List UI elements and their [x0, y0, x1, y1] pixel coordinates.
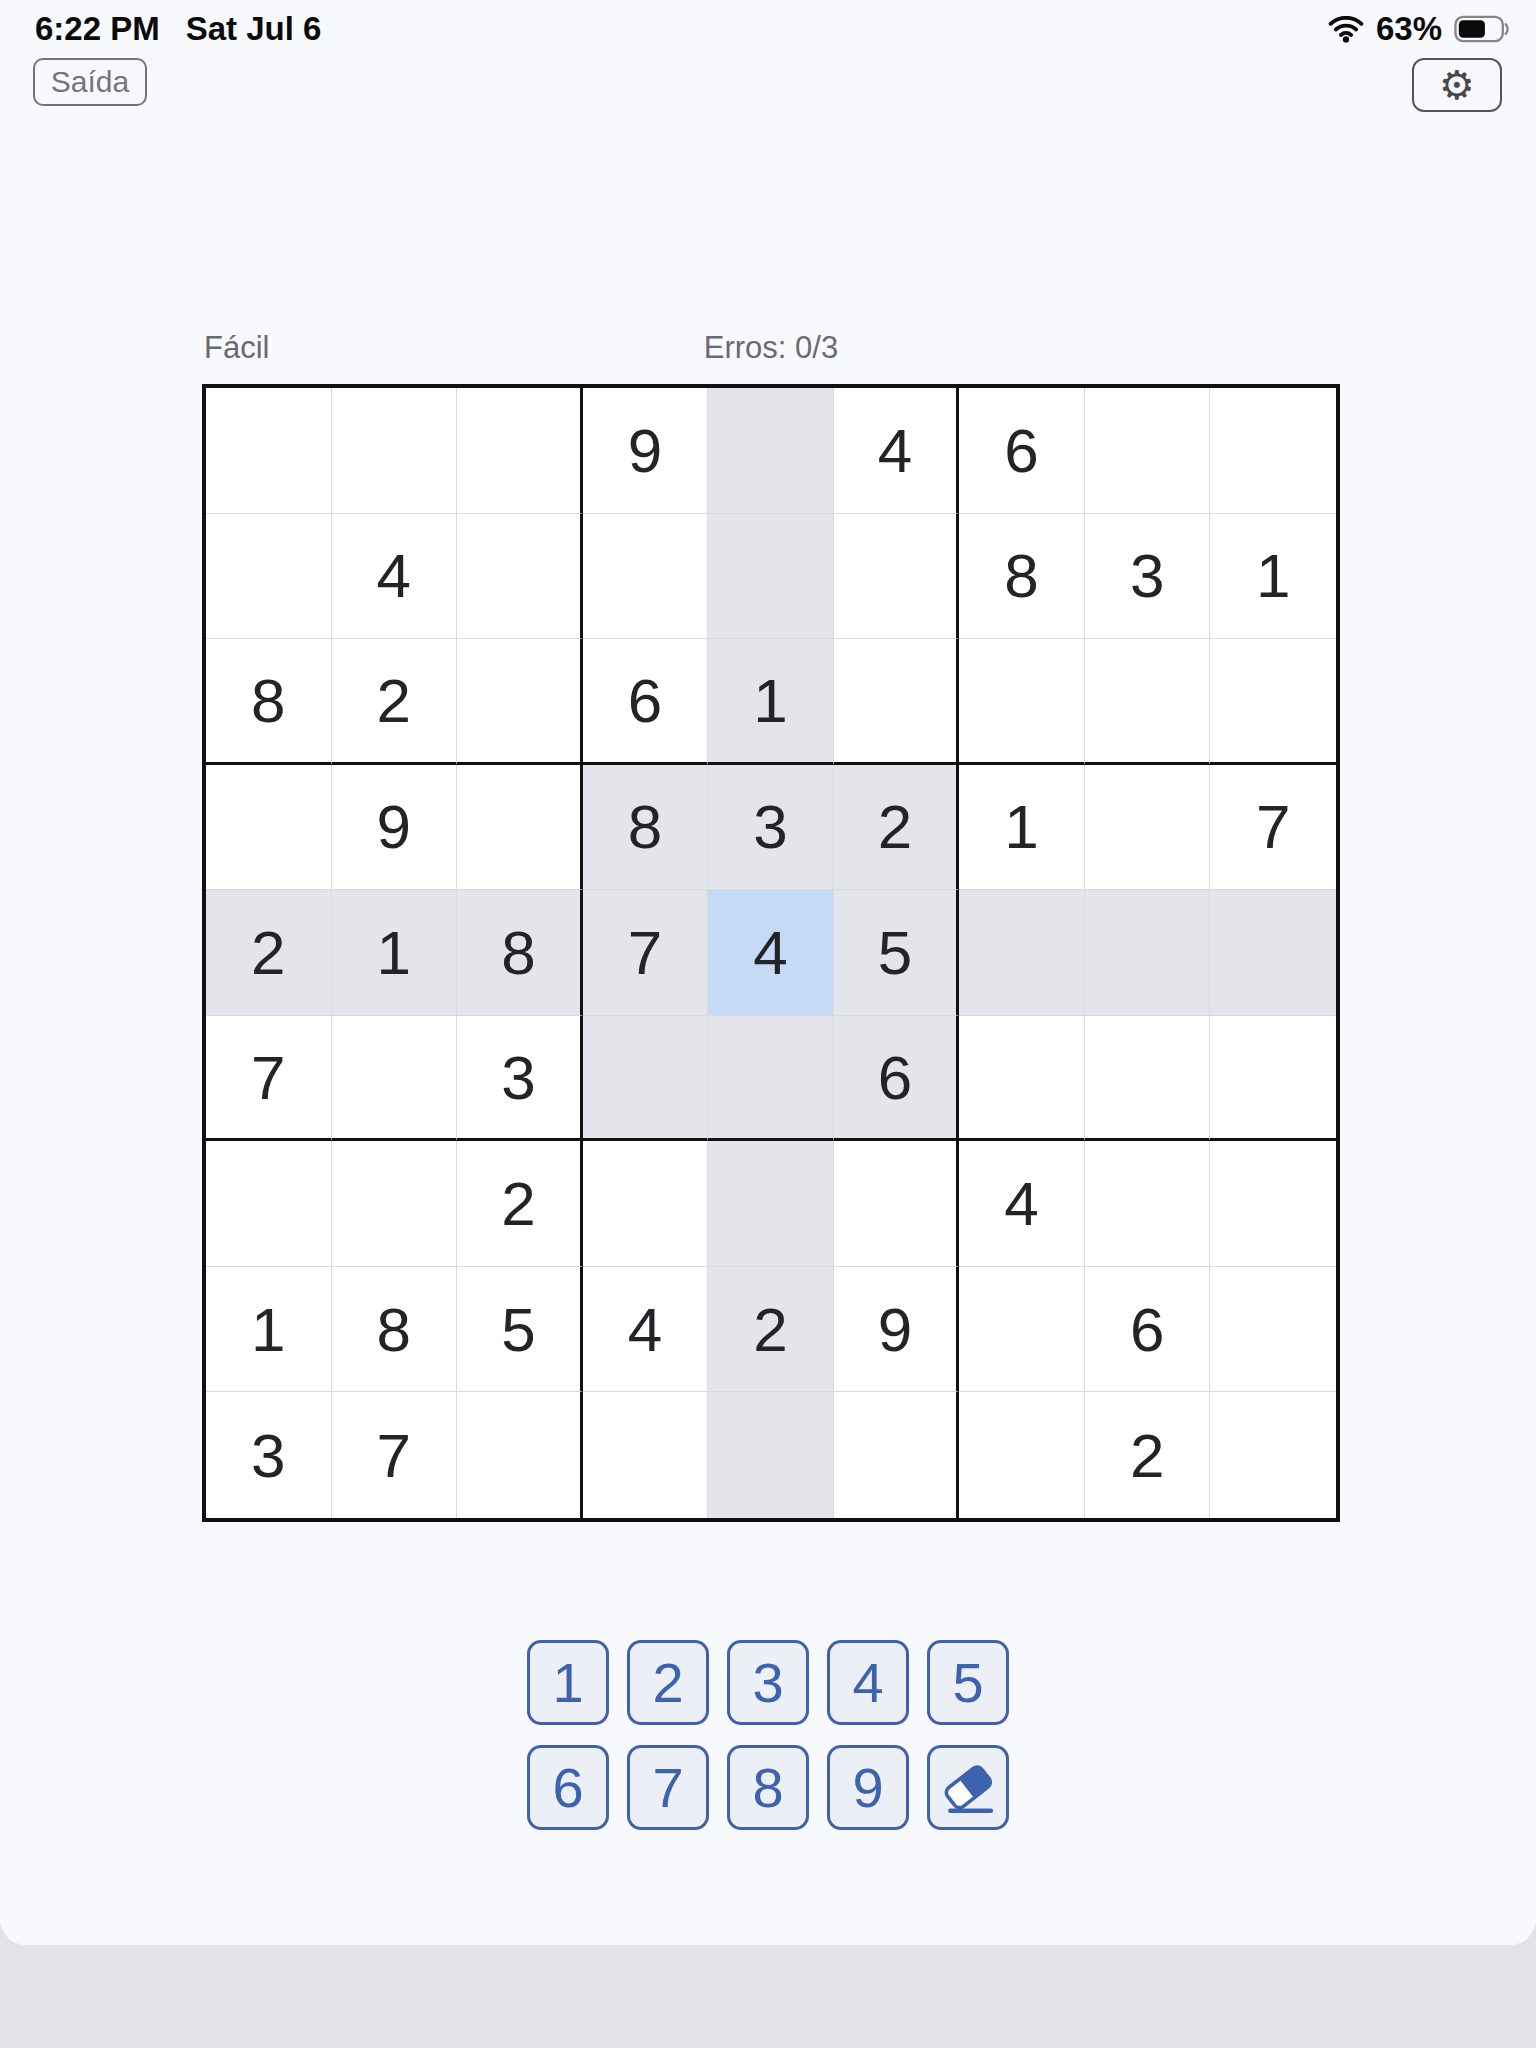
cell-r9c7[interactable]: [959, 1392, 1085, 1518]
cell-r7c8[interactable]: [1085, 1141, 1211, 1267]
status-date: Sat Jul 6: [186, 10, 322, 48]
cell-r9c6[interactable]: [834, 1392, 960, 1518]
cell-r2c4[interactable]: [583, 514, 709, 640]
cell-r5c8[interactable]: [1085, 890, 1211, 1016]
cell-r5c9[interactable]: [1210, 890, 1336, 1016]
cell-r8c2[interactable]: 8: [332, 1267, 458, 1393]
cell-r2c3[interactable]: [457, 514, 583, 640]
cell-r5c4[interactable]: 7: [583, 890, 709, 1016]
cell-r8c1[interactable]: 1: [206, 1267, 332, 1393]
cell-r9c5[interactable]: [708, 1392, 834, 1518]
numpad-7[interactable]: 7: [627, 1745, 709, 1830]
cell-r4c9[interactable]: 7: [1210, 765, 1336, 891]
cell-r9c4[interactable]: [583, 1392, 709, 1518]
cell-r1c8[interactable]: [1085, 388, 1211, 514]
eraser-button[interactable]: [927, 1745, 1009, 1830]
status-time: 6:22 PM: [35, 10, 160, 48]
cell-r3c1[interactable]: 8: [206, 639, 332, 765]
cell-r3c7[interactable]: [959, 639, 1085, 765]
cell-r2c6[interactable]: [834, 514, 960, 640]
cell-r2c2[interactable]: 4: [332, 514, 458, 640]
cell-r6c2[interactable]: [332, 1016, 458, 1142]
cell-r3c4[interactable]: 6: [583, 639, 709, 765]
cell-r3c2[interactable]: 2: [332, 639, 458, 765]
cell-r8c8[interactable]: 6: [1085, 1267, 1211, 1393]
cell-r4c7[interactable]: 1: [959, 765, 1085, 891]
cell-r7c3[interactable]: 2: [457, 1141, 583, 1267]
cell-r7c5[interactable]: [708, 1141, 834, 1267]
cell-r3c3[interactable]: [457, 639, 583, 765]
cell-r5c6[interactable]: 5: [834, 890, 960, 1016]
errors-counter: Erros: 0/3: [202, 330, 1340, 366]
cell-r4c8[interactable]: [1085, 765, 1211, 891]
cell-r9c8[interactable]: 2: [1085, 1392, 1211, 1518]
numpad-5[interactable]: 5: [927, 1640, 1009, 1725]
numpad-3[interactable]: 3: [727, 1640, 809, 1725]
cell-r1c3[interactable]: [457, 388, 583, 514]
cell-r6c1[interactable]: 7: [206, 1016, 332, 1142]
cell-r3c5[interactable]: 1: [708, 639, 834, 765]
cell-r4c6[interactable]: 2: [834, 765, 960, 891]
cell-r7c7[interactable]: 4: [959, 1141, 1085, 1267]
settings-button[interactable]: ⚙: [1412, 58, 1502, 112]
board-header: Fácil Erros: 0/3: [202, 330, 1340, 374]
cell-r5c3[interactable]: 8: [457, 890, 583, 1016]
cell-r2c5[interactable]: [708, 514, 834, 640]
battery-percent: 63%: [1376, 10, 1442, 48]
cell-r1c6[interactable]: 4: [834, 388, 960, 514]
cell-r7c9[interactable]: [1210, 1141, 1336, 1267]
cell-r1c9[interactable]: [1210, 388, 1336, 514]
cell-r1c1[interactable]: [206, 388, 332, 514]
cell-r1c7[interactable]: 6: [959, 388, 1085, 514]
cell-r4c3[interactable]: [457, 765, 583, 891]
cell-r6c4[interactable]: [583, 1016, 709, 1142]
cell-r9c3[interactable]: [457, 1392, 583, 1518]
cell-r6c3[interactable]: 3: [457, 1016, 583, 1142]
wifi-icon: [1328, 16, 1364, 43]
cell-r4c5[interactable]: 3: [708, 765, 834, 891]
cell-r4c4[interactable]: 8: [583, 765, 709, 891]
cell-r6c6[interactable]: 6: [834, 1016, 960, 1142]
app-window: 6:22 PM Sat Jul 6 63%: [0, 0, 1536, 1945]
gear-icon: ⚙: [1439, 65, 1475, 105]
cell-r4c2[interactable]: 9: [332, 765, 458, 891]
cell-r7c6[interactable]: [834, 1141, 960, 1267]
status-bar: 6:22 PM Sat Jul 6 63%: [0, 0, 1536, 56]
numpad-9[interactable]: 9: [827, 1745, 909, 1830]
numpad-1[interactable]: 1: [527, 1640, 609, 1725]
bottom-safe-area: [0, 1945, 1536, 2048]
cell-r5c7[interactable]: [959, 890, 1085, 1016]
sudoku-board: 94648318261983217218745736241854296372: [202, 384, 1340, 1522]
cell-r2c9[interactable]: 1: [1210, 514, 1336, 640]
cell-r2c1[interactable]: [206, 514, 332, 640]
cell-r4c1[interactable]: [206, 765, 332, 891]
cell-r8c9[interactable]: [1210, 1267, 1336, 1393]
cell-r5c2[interactable]: 1: [332, 890, 458, 1016]
cell-r8c5[interactable]: 2: [708, 1267, 834, 1393]
battery-icon: [1454, 15, 1512, 43]
cell-r6c5[interactable]: [708, 1016, 834, 1142]
exit-button[interactable]: Saída: [33, 58, 147, 106]
screen: 6:22 PM Sat Jul 6 63%: [0, 0, 1536, 2048]
cell-r2c7[interactable]: 8: [959, 514, 1085, 640]
numpad-2[interactable]: 2: [627, 1640, 709, 1725]
cell-r3c8[interactable]: [1085, 639, 1211, 765]
cell-r8c7[interactable]: [959, 1267, 1085, 1393]
numpad-row-2: 6789: [527, 1745, 1009, 1830]
cell-r3c9[interactable]: [1210, 639, 1336, 765]
cell-r3c6[interactable]: [834, 639, 960, 765]
cell-r7c2[interactable]: [332, 1141, 458, 1267]
cell-r5c5[interactable]: 4: [708, 890, 834, 1016]
numpad-8[interactable]: 8: [727, 1745, 809, 1830]
number-pad: 12345 6789: [0, 1640, 1536, 1830]
cell-r1c5[interactable]: [708, 388, 834, 514]
cell-r9c9[interactable]: [1210, 1392, 1336, 1518]
cell-r8c6[interactable]: 9: [834, 1267, 960, 1393]
cell-r6c9[interactable]: [1210, 1016, 1336, 1142]
cell-r5c1[interactable]: 2: [206, 890, 332, 1016]
numpad-6[interactable]: 6: [527, 1745, 609, 1830]
cell-r7c1[interactable]: [206, 1141, 332, 1267]
cell-r2c8[interactable]: 3: [1085, 514, 1211, 640]
cell-r8c3[interactable]: 5: [457, 1267, 583, 1393]
cell-r9c1[interactable]: 3: [206, 1392, 332, 1518]
cell-r1c4[interactable]: 9: [583, 388, 709, 514]
numpad-row-1: 12345: [527, 1640, 1009, 1725]
cell-r6c7[interactable]: [959, 1016, 1085, 1142]
numpad-4[interactable]: 4: [827, 1640, 909, 1725]
cell-r9c2[interactable]: 7: [332, 1392, 458, 1518]
cell-r1c2[interactable]: [332, 388, 458, 514]
cell-r6c8[interactable]: [1085, 1016, 1211, 1142]
exit-button-label: Saída: [51, 65, 129, 99]
eraser-icon: [939, 1759, 997, 1817]
cell-r8c4[interactable]: 4: [583, 1267, 709, 1393]
cell-r7c4[interactable]: [583, 1141, 709, 1267]
